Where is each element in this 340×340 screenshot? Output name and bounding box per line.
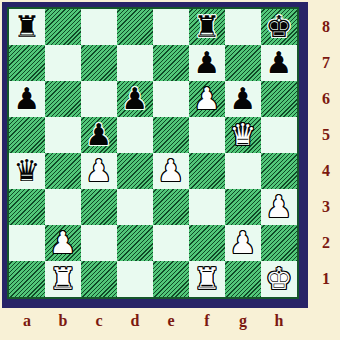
chessboard-diagram: ♜♜♚♟♟♟♟♟♟♟♛♛♟♟♟♟♟♜♜♚ 87654321 abcdefgh: [0, 0, 340, 340]
file-label-b: b: [45, 309, 81, 333]
square-c8[interactable]: [81, 9, 117, 45]
square-d6[interactable]: ♟: [117, 81, 153, 117]
rank-label-8: 8: [316, 9, 336, 45]
square-h7[interactable]: ♟: [261, 45, 297, 81]
square-g8[interactable]: [225, 9, 261, 45]
white-pawn[interactable]: ♟: [158, 153, 185, 189]
square-e5[interactable]: [153, 117, 189, 153]
square-d7[interactable]: [117, 45, 153, 81]
square-e1[interactable]: [153, 261, 189, 297]
square-g6[interactable]: ♟: [225, 81, 261, 117]
square-d8[interactable]: [117, 9, 153, 45]
square-c7[interactable]: [81, 45, 117, 81]
square-b5[interactable]: [45, 117, 81, 153]
square-e4[interactable]: ♟: [153, 153, 189, 189]
black-queen[interactable]: ♛: [14, 153, 41, 189]
square-b4[interactable]: [45, 153, 81, 189]
square-b8[interactable]: [45, 9, 81, 45]
square-h5[interactable]: [261, 117, 297, 153]
black-pawn[interactable]: ♟: [230, 81, 257, 117]
square-a5[interactable]: [9, 117, 45, 153]
white-pawn[interactable]: ♟: [86, 153, 113, 189]
square-d1[interactable]: [117, 261, 153, 297]
rank-label-3: 3: [316, 189, 336, 225]
file-label-a: a: [9, 309, 45, 333]
rank-labels: 87654321: [316, 9, 336, 297]
square-f8[interactable]: ♜: [189, 9, 225, 45]
square-e2[interactable]: [153, 225, 189, 261]
white-pawn[interactable]: ♟: [50, 225, 77, 261]
file-label-g: g: [225, 309, 261, 333]
square-h1[interactable]: ♚: [261, 261, 297, 297]
board-grid: ♜♜♚♟♟♟♟♟♟♟♛♛♟♟♟♟♟♜♜♚: [9, 9, 297, 297]
rank-label-1: 1: [316, 261, 336, 297]
square-e7[interactable]: [153, 45, 189, 81]
square-d2[interactable]: [117, 225, 153, 261]
square-e6[interactable]: [153, 81, 189, 117]
square-c6[interactable]: [81, 81, 117, 117]
square-a1[interactable]: [9, 261, 45, 297]
square-h3[interactable]: ♟: [261, 189, 297, 225]
square-f7[interactable]: ♟: [189, 45, 225, 81]
file-label-e: e: [153, 309, 189, 333]
file-label-h: h: [261, 309, 297, 333]
square-d5[interactable]: [117, 117, 153, 153]
square-g1[interactable]: [225, 261, 261, 297]
black-pawn[interactable]: ♟: [266, 45, 293, 81]
black-rook[interactable]: ♜: [14, 9, 41, 45]
square-a4[interactable]: ♛: [9, 153, 45, 189]
square-g5[interactable]: ♛: [225, 117, 261, 153]
black-pawn[interactable]: ♟: [86, 117, 113, 153]
square-b7[interactable]: [45, 45, 81, 81]
square-f3[interactable]: [189, 189, 225, 225]
square-d4[interactable]: [117, 153, 153, 189]
square-g4[interactable]: [225, 153, 261, 189]
black-pawn[interactable]: ♟: [194, 45, 221, 81]
square-c3[interactable]: [81, 189, 117, 225]
rank-label-4: 4: [316, 153, 336, 189]
file-label-f: f: [189, 309, 225, 333]
square-f1[interactable]: ♜: [189, 261, 225, 297]
square-h8[interactable]: ♚: [261, 9, 297, 45]
white-pawn[interactable]: ♟: [194, 81, 221, 117]
black-pawn[interactable]: ♟: [14, 81, 41, 117]
square-c1[interactable]: [81, 261, 117, 297]
square-f5[interactable]: [189, 117, 225, 153]
square-f4[interactable]: [189, 153, 225, 189]
square-f6[interactable]: ♟: [189, 81, 225, 117]
black-pawn[interactable]: ♟: [122, 81, 149, 117]
square-a3[interactable]: [9, 189, 45, 225]
file-label-c: c: [81, 309, 117, 333]
square-c4[interactable]: ♟: [81, 153, 117, 189]
square-b3[interactable]: [45, 189, 81, 225]
board-frame: ♜♜♚♟♟♟♟♟♟♟♛♛♟♟♟♟♟♜♜♚: [2, 2, 308, 308]
square-e3[interactable]: [153, 189, 189, 225]
white-pawn[interactable]: ♟: [230, 225, 257, 261]
black-king[interactable]: ♚: [266, 9, 293, 45]
square-a2[interactable]: [9, 225, 45, 261]
rank-label-5: 5: [316, 117, 336, 153]
square-c2[interactable]: [81, 225, 117, 261]
square-a7[interactable]: [9, 45, 45, 81]
square-h2[interactable]: [261, 225, 297, 261]
square-b6[interactable]: [45, 81, 81, 117]
square-c5[interactable]: ♟: [81, 117, 117, 153]
board-inner: ♜♜♚♟♟♟♟♟♟♟♛♛♟♟♟♟♟♜♜♚: [7, 7, 299, 299]
white-rook[interactable]: ♜: [194, 261, 221, 297]
square-b2[interactable]: ♟: [45, 225, 81, 261]
square-f2[interactable]: [189, 225, 225, 261]
square-g3[interactable]: [225, 189, 261, 225]
square-h4[interactable]: [261, 153, 297, 189]
square-g2[interactable]: ♟: [225, 225, 261, 261]
square-g7[interactable]: [225, 45, 261, 81]
rank-label-2: 2: [316, 225, 336, 261]
square-a6[interactable]: ♟: [9, 81, 45, 117]
white-pawn[interactable]: ♟: [266, 189, 293, 225]
square-d3[interactable]: [117, 189, 153, 225]
square-a8[interactable]: ♜: [9, 9, 45, 45]
file-label-d: d: [117, 309, 153, 333]
square-e8[interactable]: [153, 9, 189, 45]
white-king[interactable]: ♚: [266, 261, 293, 297]
white-rook[interactable]: ♜: [50, 261, 77, 297]
file-labels: abcdefgh: [9, 309, 297, 333]
square-h6[interactable]: [261, 81, 297, 117]
black-rook[interactable]: ♜: [194, 9, 221, 45]
rank-label-6: 6: [316, 81, 336, 117]
rank-label-7: 7: [316, 45, 336, 81]
square-b1[interactable]: ♜: [45, 261, 81, 297]
white-queen[interactable]: ♛: [230, 117, 257, 153]
